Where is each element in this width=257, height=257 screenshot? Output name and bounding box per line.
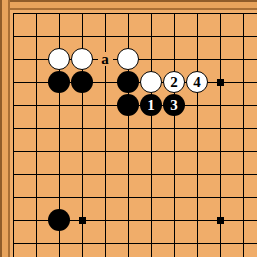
white-stone: 4 (186, 71, 208, 93)
board-frame-top (0, 0, 257, 10)
white-stone (140, 71, 162, 93)
board-frame-left (0, 0, 10, 257)
black-stone (48, 209, 70, 231)
star-point (217, 79, 224, 86)
stone-number: 1 (147, 98, 155, 113)
go-diagram: 2413a (0, 0, 257, 257)
black-stone (117, 94, 139, 116)
grid-line-vertical (243, 13, 244, 257)
stone-number: 2 (170, 75, 178, 90)
grid-line-horizontal (13, 243, 257, 244)
white-stone (117, 48, 139, 70)
white-stone: 2 (163, 71, 185, 93)
star-point (217, 217, 224, 224)
star-point (79, 217, 86, 224)
white-stone (48, 48, 70, 70)
white-stone (71, 48, 93, 70)
stone-number: 3 (170, 98, 178, 113)
black-stone (117, 71, 139, 93)
black-stone: 3 (163, 94, 185, 116)
black-stone (48, 71, 70, 93)
black-stone (71, 71, 93, 93)
point-label-a: a (98, 52, 113, 66)
stone-number: 4 (193, 75, 201, 90)
black-stone: 1 (140, 94, 162, 116)
